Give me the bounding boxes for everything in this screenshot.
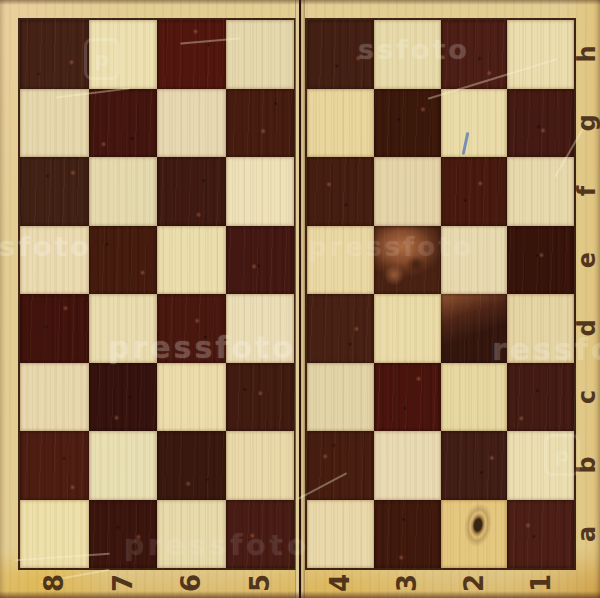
- file-label-h: h: [573, 46, 600, 63]
- square-g8[interactable]: [20, 89, 89, 158]
- square-h6[interactable]: [157, 20, 226, 89]
- square-b3[interactable]: [374, 431, 441, 500]
- square-g1[interactable]: [507, 89, 574, 158]
- square-e8[interactable]: [20, 226, 89, 295]
- square-a3[interactable]: [374, 500, 441, 569]
- square-c2[interactable]: [441, 363, 508, 432]
- chessboard: hgfedcba87654321 ssfotossfotopressfotopr…: [0, 0, 600, 598]
- file-label-d: d: [573, 320, 600, 337]
- rank-label-8: 8: [39, 574, 69, 592]
- square-b4[interactable]: [307, 431, 374, 500]
- square-c5[interactable]: [226, 363, 295, 432]
- file-label-a: a: [573, 526, 600, 542]
- file-label-c: c: [573, 390, 600, 404]
- board-right-half: [305, 18, 576, 570]
- square-d6[interactable]: [157, 294, 226, 363]
- rank-label-5: 5: [245, 574, 275, 592]
- file-label-g: g: [573, 114, 600, 131]
- square-h5[interactable]: [226, 20, 295, 89]
- square-b6[interactable]: [157, 431, 226, 500]
- square-b2[interactable]: [441, 431, 508, 500]
- square-g2[interactable]: [441, 89, 508, 158]
- square-f8[interactable]: [20, 157, 89, 226]
- square-f4[interactable]: [307, 157, 374, 226]
- square-e1[interactable]: [507, 226, 574, 295]
- square-d8[interactable]: [20, 294, 89, 363]
- square-d7[interactable]: [89, 294, 158, 363]
- square-c3[interactable]: [374, 363, 441, 432]
- square-a5[interactable]: [226, 500, 295, 569]
- board-hinge-seam: [295, 0, 305, 598]
- square-h2[interactable]: [441, 20, 508, 89]
- square-f7[interactable]: [89, 157, 158, 226]
- square-b8[interactable]: [20, 431, 89, 500]
- file-label-e: e: [573, 252, 600, 268]
- rank-label-6: 6: [176, 574, 206, 592]
- square-e6[interactable]: [157, 226, 226, 295]
- square-e3[interactable]: [374, 226, 441, 295]
- square-e7[interactable]: [89, 226, 158, 295]
- square-h8[interactable]: [20, 20, 89, 89]
- square-e5[interactable]: [226, 226, 295, 295]
- square-e2[interactable]: [441, 226, 508, 295]
- square-g4[interactable]: [307, 89, 374, 158]
- square-c4[interactable]: [307, 363, 374, 432]
- square-b7[interactable]: [89, 431, 158, 500]
- rank-label-1: 1: [526, 574, 556, 592]
- square-a8[interactable]: [20, 500, 89, 569]
- square-a2[interactable]: [441, 500, 508, 569]
- square-h3[interactable]: [374, 20, 441, 89]
- square-c8[interactable]: [20, 363, 89, 432]
- square-d4[interactable]: [307, 294, 374, 363]
- square-d5[interactable]: [226, 294, 295, 363]
- square-c1[interactable]: [507, 363, 574, 432]
- square-a1[interactable]: [507, 500, 574, 569]
- rank-label-7: 7: [108, 574, 138, 592]
- rank-label-4: 4: [325, 574, 355, 592]
- square-f2[interactable]: [441, 157, 508, 226]
- square-g6[interactable]: [157, 89, 226, 158]
- square-f5[interactable]: [226, 157, 295, 226]
- square-a4[interactable]: [307, 500, 374, 569]
- rank-label-2: 2: [459, 574, 489, 592]
- square-c6[interactable]: [157, 363, 226, 432]
- square-d1[interactable]: [507, 294, 574, 363]
- square-a6[interactable]: [157, 500, 226, 569]
- square-a7[interactable]: [89, 500, 158, 569]
- square-h1[interactable]: [507, 20, 574, 89]
- file-label-f: f: [573, 186, 600, 196]
- square-e4[interactable]: [307, 226, 374, 295]
- square-f3[interactable]: [374, 157, 441, 226]
- square-g3[interactable]: [374, 89, 441, 158]
- square-h7[interactable]: [89, 20, 158, 89]
- square-b5[interactable]: [226, 431, 295, 500]
- board-left-half: [18, 18, 296, 570]
- square-h4[interactable]: [307, 20, 374, 89]
- rank-label-3: 3: [392, 574, 422, 592]
- square-f1[interactable]: [507, 157, 574, 226]
- square-d2[interactable]: [441, 294, 508, 363]
- square-c7[interactable]: [89, 363, 158, 432]
- square-g7[interactable]: [89, 89, 158, 158]
- square-d3[interactable]: [374, 294, 441, 363]
- square-b1[interactable]: [507, 431, 574, 500]
- scratch-mark: [40, 569, 109, 583]
- square-f6[interactable]: [157, 157, 226, 226]
- square-g5[interactable]: [226, 89, 295, 158]
- file-label-b: b: [573, 457, 600, 474]
